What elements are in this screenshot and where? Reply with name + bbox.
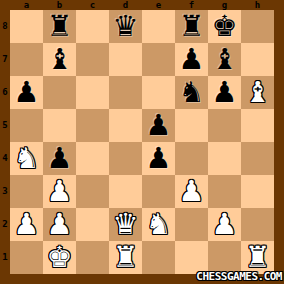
square-a3[interactable]	[10, 175, 43, 208]
square-h8[interactable]	[241, 10, 274, 43]
watermark-text: CHESSGAMES.COM	[196, 270, 282, 283]
square-e6[interactable]	[142, 76, 175, 109]
square-g2[interactable]: ♟	[208, 208, 241, 241]
square-h4[interactable]	[241, 142, 274, 175]
white-queen-d2[interactable]: ♛	[109, 208, 142, 241]
square-b8[interactable]: ♜	[43, 10, 76, 43]
black-bishop-b7[interactable]: ♝	[43, 43, 76, 76]
square-d6[interactable]	[109, 76, 142, 109]
square-f7[interactable]: ♟	[175, 43, 208, 76]
square-g3[interactable]	[208, 175, 241, 208]
square-c7[interactable]	[76, 43, 109, 76]
rank-label-4: 4	[0, 142, 10, 175]
file-label-h: h	[241, 0, 274, 10]
square-e7[interactable]	[142, 43, 175, 76]
rank-label-7: 7	[0, 43, 10, 76]
white-pawn-b2[interactable]: ♟	[43, 208, 76, 241]
rank-label-6: 6	[0, 76, 10, 109]
black-knight-f6[interactable]: ♞	[175, 76, 208, 109]
square-b6[interactable]	[43, 76, 76, 109]
square-d2[interactable]: ♛	[109, 208, 142, 241]
square-a6[interactable]: ♟	[10, 76, 43, 109]
black-pawn-f7[interactable]: ♟	[175, 43, 208, 76]
white-rook-d1[interactable]: ♜	[109, 241, 142, 274]
chess-diagram: abcdefgh 87654321 ♜♛♜♚♝♟♝♟♞♟♝♟♞♟♟♟♟♟♟♛♞♟…	[0, 0, 284, 284]
square-c1[interactable]	[76, 241, 109, 274]
square-a1[interactable]	[10, 241, 43, 274]
square-e2[interactable]: ♞	[142, 208, 175, 241]
square-c2[interactable]	[76, 208, 109, 241]
black-pawn-b4[interactable]: ♟	[43, 142, 76, 175]
white-knight-a4[interactable]: ♞	[10, 142, 43, 175]
square-f3[interactable]: ♟	[175, 175, 208, 208]
square-c8[interactable]	[76, 10, 109, 43]
black-pawn-a6[interactable]: ♟	[10, 76, 43, 109]
file-label-a: a	[10, 0, 43, 10]
rank-label-2: 2	[0, 208, 10, 241]
black-pawn-e5[interactable]: ♟	[142, 109, 175, 142]
square-f2[interactable]	[175, 208, 208, 241]
square-e4[interactable]: ♟	[142, 142, 175, 175]
rank-label-5: 5	[0, 109, 10, 142]
square-h6[interactable]: ♝	[241, 76, 274, 109]
square-f4[interactable]	[175, 142, 208, 175]
rank-label-8: 8	[0, 10, 10, 43]
square-d8[interactable]: ♛	[109, 10, 142, 43]
square-d1[interactable]: ♜	[109, 241, 142, 274]
square-b5[interactable]	[43, 109, 76, 142]
black-bishop-g7[interactable]: ♝	[208, 43, 241, 76]
white-pawn-a2[interactable]: ♟	[10, 208, 43, 241]
square-b3[interactable]: ♟	[43, 175, 76, 208]
square-c6[interactable]	[76, 76, 109, 109]
square-g5[interactable]	[208, 109, 241, 142]
square-h3[interactable]	[241, 175, 274, 208]
square-d5[interactable]	[109, 109, 142, 142]
black-pawn-e4[interactable]: ♟	[142, 142, 175, 175]
square-c5[interactable]	[76, 109, 109, 142]
square-b1[interactable]: ♚	[43, 241, 76, 274]
white-pawn-f3[interactable]: ♟	[175, 175, 208, 208]
square-a4[interactable]: ♞	[10, 142, 43, 175]
square-e8[interactable]	[142, 10, 175, 43]
square-g8[interactable]: ♚	[208, 10, 241, 43]
square-a8[interactable]	[10, 10, 43, 43]
black-king-g8[interactable]: ♚	[208, 10, 241, 43]
square-e1[interactable]	[142, 241, 175, 274]
rank-label-1: 1	[0, 241, 10, 274]
black-queen-d8[interactable]: ♛	[109, 10, 142, 43]
square-d4[interactable]	[109, 142, 142, 175]
file-label-c: c	[76, 0, 109, 10]
square-a2[interactable]: ♟	[10, 208, 43, 241]
square-d3[interactable]	[109, 175, 142, 208]
white-knight-e2[interactable]: ♞	[142, 208, 175, 241]
square-f5[interactable]	[175, 109, 208, 142]
square-g4[interactable]	[208, 142, 241, 175]
white-bishop-h6[interactable]: ♝	[241, 76, 274, 109]
square-f8[interactable]: ♜	[175, 10, 208, 43]
square-c3[interactable]	[76, 175, 109, 208]
square-a7[interactable]	[10, 43, 43, 76]
rank-label-3: 3	[0, 175, 10, 208]
white-pawn-b3[interactable]: ♟	[43, 175, 76, 208]
square-b7[interactable]: ♝	[43, 43, 76, 76]
square-c4[interactable]	[76, 142, 109, 175]
white-pawn-g2[interactable]: ♟	[208, 208, 241, 241]
square-a5[interactable]	[10, 109, 43, 142]
rank-labels: 87654321	[0, 10, 10, 274]
square-d7[interactable]	[109, 43, 142, 76]
square-g6[interactable]: ♟	[208, 76, 241, 109]
square-h5[interactable]	[241, 109, 274, 142]
black-pawn-g6[interactable]: ♟	[208, 76, 241, 109]
black-rook-b8[interactable]: ♜	[43, 10, 76, 43]
square-e5[interactable]: ♟	[142, 109, 175, 142]
square-h2[interactable]	[241, 208, 274, 241]
square-b4[interactable]: ♟	[43, 142, 76, 175]
black-rook-f8[interactable]: ♜	[175, 10, 208, 43]
square-f6[interactable]: ♞	[175, 76, 208, 109]
square-g7[interactable]: ♝	[208, 43, 241, 76]
square-b2[interactable]: ♟	[43, 208, 76, 241]
file-label-e: e	[142, 0, 175, 10]
white-king-b1[interactable]: ♚	[43, 241, 76, 274]
square-e3[interactable]	[142, 175, 175, 208]
board: ♜♛♜♚♝♟♝♟♞♟♝♟♞♟♟♟♟♟♟♛♞♟♚♜♜	[10, 10, 274, 274]
square-h7[interactable]	[241, 43, 274, 76]
